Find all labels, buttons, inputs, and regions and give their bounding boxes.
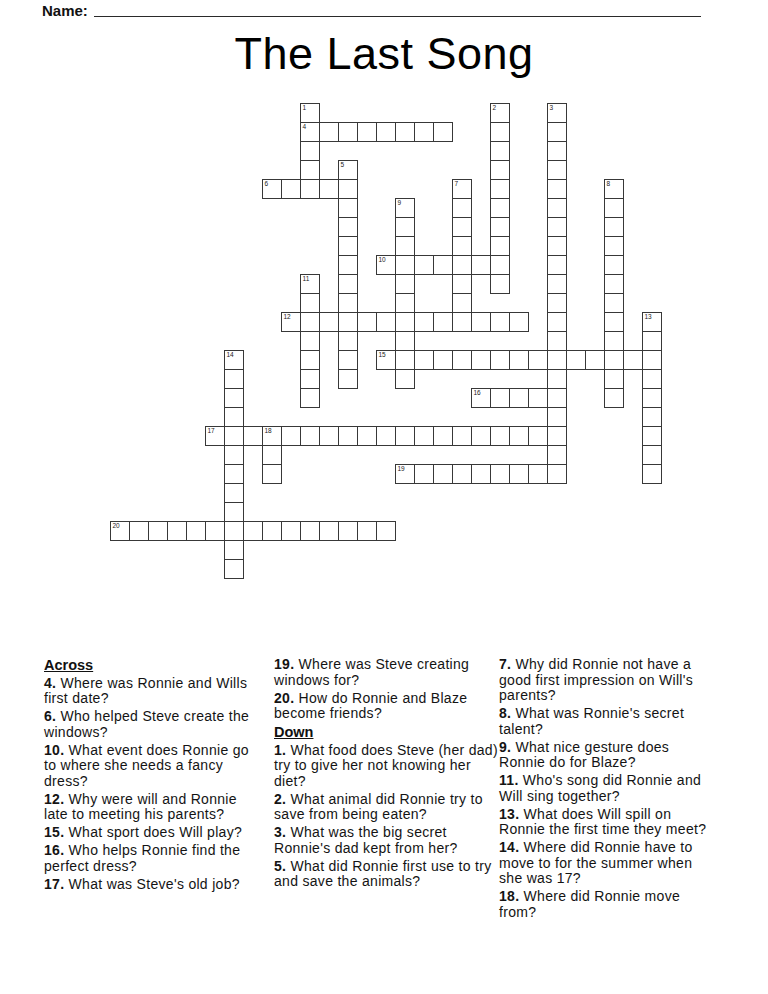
grid-cell-r15c28[interactable]: [642, 388, 662, 408]
grid-cell-r12c23[interactable]: [547, 331, 567, 351]
clue-number: 17.: [44, 876, 69, 892]
grid-cell-r14c15[interactable]: [395, 369, 415, 389]
name-input-line[interactable]: [94, 1, 701, 17]
clue-number: 11.: [499, 772, 523, 788]
grid-cell-r1c20[interactable]: [490, 122, 510, 142]
grid-cell-r11c13[interactable]: [357, 312, 377, 332]
grid-cell-r22c0[interactable]: 20: [110, 521, 130, 541]
clue-across-17: 17. What was Steve's old job?: [44, 877, 264, 893]
grid-cell-r22c3[interactable]: [167, 521, 187, 541]
clue-number: 10.: [44, 742, 69, 758]
clue-down-1: 1. What food does Steve (her dad) try to…: [274, 743, 498, 790]
grid-cell-r13c14[interactable]: 15: [376, 350, 396, 370]
grid-cell-r19c23[interactable]: [547, 464, 567, 484]
cell-number-18: 18: [265, 427, 272, 434]
grid-cell-r11c15[interactable]: [395, 312, 415, 332]
grid-cell-r11c23[interactable]: [547, 312, 567, 332]
grid-cell-r16c6[interactable]: [224, 407, 244, 427]
grid-cell-r6c26[interactable]: [604, 217, 624, 237]
clue-across-12: 12. Why were will and Ronnie late to mee…: [44, 792, 264, 823]
grid-cell-r11c26[interactable]: [604, 312, 624, 332]
clue-number: 19.: [274, 656, 299, 672]
name-label: Name:: [42, 2, 88, 19]
grid-cell-r11c11[interactable]: [319, 312, 339, 332]
grid-cell-r22c2[interactable]: [148, 521, 168, 541]
grid-cell-r4c20[interactable]: [490, 179, 510, 199]
clue-number: 13.: [499, 806, 524, 822]
clue-down-3: 3. What was the big secret Ronnie's dad …: [274, 825, 498, 856]
grid-cell-r1c14[interactable]: [376, 122, 396, 142]
grid-cell-r10c15[interactable]: [395, 293, 415, 313]
grid-cell-r13c20[interactable]: [490, 350, 510, 370]
cell-number-16: 16: [474, 389, 481, 396]
grid-cell-r11c21[interactable]: [509, 312, 529, 332]
cell-number-12: 12: [284, 313, 291, 320]
grid-cell-r11c16[interactable]: [414, 312, 434, 332]
grid-cell-r3c10[interactable]: [300, 160, 320, 180]
grid-cell-r5c12[interactable]: [338, 198, 358, 218]
grid-cell-r0c23[interactable]: 3: [547, 103, 567, 123]
grid-cell-r22c10[interactable]: [300, 521, 320, 541]
grid-cell-r18c23[interactable]: [547, 445, 567, 465]
grid-cell-r22c1[interactable]: [129, 521, 149, 541]
grid-cell-r0c20[interactable]: 2: [490, 103, 510, 123]
grid-cell-r18c6[interactable]: [224, 445, 244, 465]
grid-cell-r11c12[interactable]: [338, 312, 358, 332]
grid-cell-r22c8[interactable]: [262, 521, 282, 541]
grid-cell-r17c20[interactable]: [490, 426, 510, 446]
grid-cell-r7c23[interactable]: [547, 236, 567, 256]
grid-cell-r20c6[interactable]: [224, 483, 244, 503]
grid-cell-r15c22[interactable]: [528, 388, 548, 408]
cell-number-10: 10: [379, 256, 386, 263]
grid-cell-r19c8[interactable]: [262, 464, 282, 484]
grid-cell-r8c18[interactable]: [452, 255, 472, 275]
grid-cell-r7c18[interactable]: [452, 236, 472, 256]
grid-cell-r11c17[interactable]: [433, 312, 453, 332]
clue-number: 1.: [274, 742, 290, 758]
grid-cell-r17c10[interactable]: [300, 426, 320, 446]
grid-cell-r17c18[interactable]: [452, 426, 472, 446]
clue-down-14: 14. Where did Ronnie have to move to for…: [499, 840, 713, 887]
grid-cell-r12c12[interactable]: [338, 331, 358, 351]
cell-number-7: 7: [455, 180, 459, 187]
grid-cell-r8c14[interactable]: 10: [376, 255, 396, 275]
clue-down-11: 11. Who's song did Ronnie and Will sing …: [499, 773, 713, 804]
down-heading: Down: [274, 724, 498, 740]
clue-down-8: 8. What was Ronnie's secret talent?: [499, 706, 713, 737]
grid-cell-r17c13[interactable]: [357, 426, 377, 446]
grid-cell-r5c26[interactable]: [604, 198, 624, 218]
crossword-grid: 1423567891011121314151617181920: [110, 103, 662, 579]
clue-down-9: 9. What nice gesture does Ronnie do for …: [499, 740, 713, 771]
grid-cell-r11c14[interactable]: [376, 312, 396, 332]
grid-cell-r11c10[interactable]: [300, 312, 320, 332]
clue-number: 8.: [499, 705, 515, 721]
grid-cell-r13c19[interactable]: [471, 350, 491, 370]
cell-number-8: 8: [607, 180, 611, 187]
grid-cell-r13c18[interactable]: [452, 350, 472, 370]
grid-cell-r13c15[interactable]: [395, 350, 415, 370]
grid-cell-r15c20[interactable]: [490, 388, 510, 408]
cell-number-2: 2: [493, 104, 497, 111]
grid-cell-r4c8[interactable]: 6: [262, 179, 282, 199]
grid-cell-r17c23[interactable]: [547, 426, 567, 446]
grid-cell-r17c22[interactable]: [528, 426, 548, 446]
grid-cell-r11c19[interactable]: [471, 312, 491, 332]
clue-down-13: 13. What does Will spill on Ronnie the f…: [499, 807, 713, 838]
grid-cell-r4c18[interactable]: 7: [452, 179, 472, 199]
grid-cell-r19c15[interactable]: 19: [395, 464, 415, 484]
clue-number: 3.: [274, 824, 290, 840]
grid-cell-r17c9[interactable]: [281, 426, 301, 446]
grid-cell-r17c28[interactable]: [642, 426, 662, 446]
grid-cell-r12c26[interactable]: [604, 331, 624, 351]
grid-cell-r19c18[interactable]: [452, 464, 472, 484]
grid-cell-r13c17[interactable]: [433, 350, 453, 370]
grid-cell-r13c25[interactable]: [585, 350, 605, 370]
grid-cell-r5c18[interactable]: [452, 198, 472, 218]
grid-cell-r8c15[interactable]: [395, 255, 415, 275]
clue-down-18: 18. Where did Ronnie move from?: [499, 889, 713, 920]
grid-cell-r6c18[interactable]: [452, 217, 472, 237]
grid-cell-r8c12[interactable]: [338, 255, 358, 275]
grid-cell-r15c26[interactable]: [604, 388, 624, 408]
grid-cell-r8c19[interactable]: [471, 255, 491, 275]
grid-cell-r9c20[interactable]: [490, 274, 510, 294]
grid-cell-r6c20[interactable]: [490, 217, 510, 237]
grid-cell-r11c9[interactable]: 12: [281, 312, 301, 332]
grid-cell-r9c15[interactable]: [395, 274, 415, 294]
grid-cell-r17c16[interactable]: [414, 426, 434, 446]
page-title: The Last Song: [0, 28, 768, 80]
grid-cell-r14c28[interactable]: [642, 369, 662, 389]
clue-number: 15.: [44, 824, 69, 840]
clue-number: 20.: [274, 690, 299, 706]
grid-cell-r15c23[interactable]: [547, 388, 567, 408]
grid-cell-r17c19[interactable]: [471, 426, 491, 446]
clue-number: 2.: [274, 791, 290, 807]
grid-cell-r19c20[interactable]: [490, 464, 510, 484]
grid-cell-r22c13[interactable]: [357, 521, 377, 541]
clue-across-6: 6. Who helped Steve create the windows?: [44, 709, 264, 740]
grid-cell-r19c21[interactable]: [509, 464, 529, 484]
grid-cell-r10c12[interactable]: [338, 293, 358, 313]
clue-number: 6.: [44, 708, 60, 724]
grid-cell-r2c10[interactable]: [300, 141, 320, 161]
grid-cell-r6c23[interactable]: [547, 217, 567, 237]
grid-cell-r18c28[interactable]: [642, 445, 662, 465]
grid-cell-r2c20[interactable]: [490, 141, 510, 161]
grid-cell-r13c10[interactable]: [300, 350, 320, 370]
clue-across-4: 4. Where was Ronnie and Wills first date…: [44, 676, 264, 707]
grid-cell-r15c10[interactable]: [300, 388, 320, 408]
grid-cell-r11c18[interactable]: [452, 312, 472, 332]
grid-cell-r9c12[interactable]: [338, 274, 358, 294]
grid-cell-r2c23[interactable]: [547, 141, 567, 161]
grid-cell-r13c16[interactable]: [414, 350, 434, 370]
grid-cell-r22c4[interactable]: [186, 521, 206, 541]
cell-number-1: 1: [303, 104, 307, 111]
cell-number-6: 6: [265, 180, 269, 187]
grid-cell-r8c23[interactable]: [547, 255, 567, 275]
grid-cell-r22c5[interactable]: [205, 521, 225, 541]
grid-cell-r23c6[interactable]: [224, 540, 244, 560]
grid-cell-r8c17[interactable]: [433, 255, 453, 275]
grid-cell-r4c12[interactable]: [338, 179, 358, 199]
grid-cell-r17c21[interactable]: [509, 426, 529, 446]
grid-cell-r13c21[interactable]: [509, 350, 529, 370]
clue-down-5: 5. What did Ronnie first use to try and …: [274, 859, 498, 890]
grid-cell-r4c10[interactable]: [300, 179, 320, 199]
grid-cell-r22c12[interactable]: [338, 521, 358, 541]
grid-cell-r4c9[interactable]: [281, 179, 301, 199]
clue-column-left: Across4. Where was Ronnie and Wills firs…: [44, 657, 264, 895]
clue-down-2: 2. What animal did Ronnie try to save fr…: [274, 792, 498, 823]
grid-cell-r3c12[interactable]: 5: [338, 160, 358, 180]
grid-cell-r1c23[interactable]: [547, 122, 567, 142]
grid-cell-r17c8[interactable]: 18: [262, 426, 282, 446]
cell-number-15: 15: [379, 351, 386, 358]
grid-cell-r14c6[interactable]: [224, 369, 244, 389]
clue-across-15: 15. What sport does Will play?: [44, 825, 264, 841]
clue-number: 14.: [499, 839, 524, 855]
grid-cell-r1c12[interactable]: [338, 122, 358, 142]
grid-cell-r10c26[interactable]: [604, 293, 624, 313]
grid-cell-r10c23[interactable]: [547, 293, 567, 313]
grid-cell-r17c17[interactable]: [433, 426, 453, 446]
grid-cell-r8c20[interactable]: [490, 255, 510, 275]
grid-cell-r17c11[interactable]: [319, 426, 339, 446]
grid-cell-r16c23[interactable]: [547, 407, 567, 427]
grid-cell-r9c10[interactable]: 11: [300, 274, 320, 294]
grid-cell-r15c21[interactable]: [509, 388, 529, 408]
grid-cell-r18c8[interactable]: [262, 445, 282, 465]
grid-cell-r22c14[interactable]: [376, 521, 396, 541]
grid-cell-r19c6[interactable]: [224, 464, 244, 484]
grid-cell-r1c13[interactable]: [357, 122, 377, 142]
clue-across-20: 20. How do Ronnie and Blaze become frien…: [274, 691, 498, 722]
cell-number-9: 9: [398, 199, 402, 206]
grid-cell-r24c6[interactable]: [224, 559, 244, 579]
grid-cell-r17c5[interactable]: 17: [205, 426, 225, 446]
clue-across-10: 10. What event does Ronnie go to where s…: [44, 743, 264, 790]
cell-number-20: 20: [113, 522, 120, 529]
grid-cell-r22c7[interactable]: [243, 521, 263, 541]
grid-cell-r1c10[interactable]: 4: [300, 122, 320, 142]
clue-number: 7.: [499, 656, 515, 672]
grid-cell-r12c28[interactable]: [642, 331, 662, 351]
grid-cell-r1c17[interactable]: [433, 122, 453, 142]
grid-cell-r9c18[interactable]: [452, 274, 472, 294]
grid-cell-r5c20[interactable]: [490, 198, 510, 218]
clue-column-middle: 19. Where was Steve creating windows for…: [274, 657, 498, 892]
grid-cell-r13c23[interactable]: [547, 350, 567, 370]
cell-number-3: 3: [550, 104, 554, 111]
grid-cell-r19c22[interactable]: [528, 464, 548, 484]
grid-cell-r1c16[interactable]: [414, 122, 434, 142]
grid-cell-r17c12[interactable]: [338, 426, 358, 446]
grid-cell-r13c26[interactable]: [604, 350, 624, 370]
clue-number: 9.: [499, 739, 515, 755]
grid-cell-r7c12[interactable]: [338, 236, 358, 256]
clue-number: 18.: [499, 888, 524, 904]
grid-cell-r9c23[interactable]: [547, 274, 567, 294]
grid-cell-r7c15[interactable]: [395, 236, 415, 256]
grid-cell-r13c22[interactable]: [528, 350, 548, 370]
grid-cell-r8c16[interactable]: [414, 255, 434, 275]
clue-number: 12.: [44, 791, 69, 807]
grid-cell-r8c26[interactable]: [604, 255, 624, 275]
grid-cell-r1c15[interactable]: [395, 122, 415, 142]
cell-number-14: 14: [227, 351, 234, 358]
grid-cell-r19c17[interactable]: [433, 464, 453, 484]
cell-number-19: 19: [398, 465, 405, 472]
grid-cell-r21c6[interactable]: [224, 502, 244, 522]
grid-cell-r19c19[interactable]: [471, 464, 491, 484]
grid-cell-r6c15[interactable]: [395, 217, 415, 237]
clue-number: 4.: [44, 675, 60, 691]
cell-number-17: 17: [208, 427, 215, 434]
grid-cell-r5c23[interactable]: [547, 198, 567, 218]
grid-cell-r13c24[interactable]: [566, 350, 586, 370]
grid-cell-r14c10[interactable]: [300, 369, 320, 389]
grid-cell-r4c26[interactable]: 8: [604, 179, 624, 199]
grid-cell-r14c26[interactable]: [604, 369, 624, 389]
grid-cell-r17c14[interactable]: [376, 426, 396, 446]
grid-cell-r7c20[interactable]: [490, 236, 510, 256]
clue-column-right: 7. Why did Ronnie not have a good first …: [499, 657, 713, 923]
grid-cell-r5c15[interactable]: 9: [395, 198, 415, 218]
across-heading: Across: [44, 657, 264, 673]
grid-cell-r15c6[interactable]: [224, 388, 244, 408]
grid-cell-r19c16[interactable]: [414, 464, 434, 484]
grid-cell-r13c6[interactable]: 14: [224, 350, 244, 370]
cell-number-4: 4: [303, 123, 307, 130]
grid-cell-r22c11[interactable]: [319, 521, 339, 541]
grid-cell-r14c12[interactable]: [338, 369, 358, 389]
grid-cell-r11c28[interactable]: 13: [642, 312, 662, 332]
grid-cell-r0c10[interactable]: 1: [300, 103, 320, 123]
grid-cell-r22c9[interactable]: [281, 521, 301, 541]
grid-cell-r19c28[interactable]: [642, 464, 662, 484]
grid-cell-r13c12[interactable]: [338, 350, 358, 370]
grid-cell-r3c20[interactable]: [490, 160, 510, 180]
cell-number-11: 11: [303, 275, 310, 282]
grid-cell-r3c23[interactable]: [547, 160, 567, 180]
clue-number: 5.: [274, 858, 290, 874]
grid-cell-r16c28[interactable]: [642, 407, 662, 427]
clue-number: 16.: [44, 842, 69, 858]
grid-cell-r14c23[interactable]: [547, 369, 567, 389]
cell-number-5: 5: [341, 161, 345, 168]
grid-cell-r17c6[interactable]: [224, 426, 244, 446]
grid-cell-r4c23[interactable]: [547, 179, 567, 199]
clue-across-19: 19. Where was Steve creating windows for…: [274, 657, 498, 688]
grid-cell-r4c11[interactable]: [319, 179, 339, 199]
clue-across-16: 16. Who helps Ronnie find the perfect dr…: [44, 843, 264, 874]
grid-cell-r17c7[interactable]: [243, 426, 263, 446]
grid-cell-r13c28[interactable]: [642, 350, 662, 370]
grid-cell-r12c10[interactable]: [300, 331, 320, 351]
grid-cell-r13c27[interactable]: [623, 350, 643, 370]
grid-cell-r1c11[interactable]: [319, 122, 339, 142]
grid-cell-r10c18[interactable]: [452, 293, 472, 313]
grid-cell-r22c6[interactable]: [224, 521, 244, 541]
grid-cell-r12c15[interactable]: [395, 331, 415, 351]
clue-down-7: 7. Why did Ronnie not have a good first …: [499, 657, 713, 704]
grid-cell-r17c15[interactable]: [395, 426, 415, 446]
grid-cell-r7c26[interactable]: [604, 236, 624, 256]
cell-number-13: 13: [645, 313, 652, 320]
grid-cell-r9c26[interactable]: [604, 274, 624, 294]
grid-cell-r10c10[interactable]: [300, 293, 320, 313]
grid-cell-r15c19[interactable]: 16: [471, 388, 491, 408]
grid-cell-r6c12[interactable]: [338, 217, 358, 237]
grid-cell-r11c20[interactable]: [490, 312, 510, 332]
